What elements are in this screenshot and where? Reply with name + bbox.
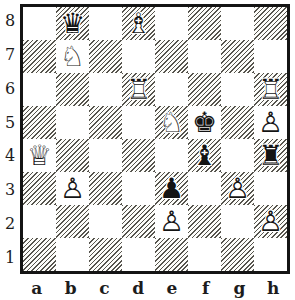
square-d5[interactable] bbox=[122, 106, 155, 139]
square-f7[interactable] bbox=[188, 40, 221, 73]
piece-white-rook: ♜♖ bbox=[254, 73, 287, 106]
piece-white-knight: ♞♘ bbox=[155, 106, 188, 139]
chess-diagram: 87654321 ♛♝♗♞♘♜♖♜♖♞♘♚♟♙♛♕♝♜♟♙♟♟♙♟♙♟♙ abc… bbox=[0, 0, 295, 300]
square-g1[interactable] bbox=[221, 238, 254, 271]
square-h6[interactable]: ♜♖ bbox=[254, 73, 287, 106]
square-d3[interactable] bbox=[122, 172, 155, 205]
piece-black-pawn: ♟ bbox=[155, 172, 188, 205]
file-label-c: c bbox=[88, 277, 122, 299]
square-e3[interactable]: ♟ bbox=[155, 172, 188, 205]
square-a4[interactable]: ♛♕ bbox=[23, 139, 56, 172]
square-g2[interactable] bbox=[221, 205, 254, 238]
file-labels: abcdefgh bbox=[20, 277, 290, 299]
rank-label-2: 2 bbox=[0, 207, 20, 241]
piece-black-king: ♚ bbox=[188, 106, 221, 139]
square-e4[interactable] bbox=[155, 139, 188, 172]
square-c8[interactable] bbox=[89, 7, 122, 40]
square-e1[interactable] bbox=[155, 238, 188, 271]
square-b2[interactable] bbox=[56, 205, 89, 238]
square-a2[interactable] bbox=[23, 205, 56, 238]
file-label-e: e bbox=[155, 277, 189, 299]
file-label-b: b bbox=[54, 277, 88, 299]
file-label-g: g bbox=[223, 277, 257, 299]
square-e8[interactable] bbox=[155, 7, 188, 40]
square-e5[interactable]: ♞♘ bbox=[155, 106, 188, 139]
square-d6[interactable]: ♜♖ bbox=[122, 73, 155, 106]
square-d8[interactable]: ♝♗ bbox=[122, 7, 155, 40]
square-g6[interactable] bbox=[221, 73, 254, 106]
square-a3[interactable] bbox=[23, 172, 56, 205]
square-g3[interactable]: ♟♙ bbox=[221, 172, 254, 205]
square-f6[interactable] bbox=[188, 73, 221, 106]
square-h3[interactable] bbox=[254, 172, 287, 205]
square-d7[interactable] bbox=[122, 40, 155, 73]
square-f5[interactable]: ♚ bbox=[188, 106, 221, 139]
chess-board: ♛♝♗♞♘♜♖♜♖♞♘♚♟♙♛♕♝♜♟♙♟♟♙♟♙♟♙ bbox=[20, 4, 290, 274]
square-h5[interactable]: ♟♙ bbox=[254, 106, 287, 139]
square-c2[interactable] bbox=[89, 205, 122, 238]
piece-white-pawn: ♟♙ bbox=[254, 106, 287, 139]
piece-white-pawn: ♟♙ bbox=[56, 172, 89, 205]
file-label-h: h bbox=[256, 277, 290, 299]
square-f2[interactable] bbox=[188, 205, 221, 238]
square-f3[interactable] bbox=[188, 172, 221, 205]
square-c6[interactable] bbox=[89, 73, 122, 106]
rank-label-4: 4 bbox=[0, 139, 20, 173]
square-g4[interactable] bbox=[221, 139, 254, 172]
rank-label-5: 5 bbox=[0, 105, 20, 139]
square-g7[interactable] bbox=[221, 40, 254, 73]
square-f8[interactable] bbox=[188, 7, 221, 40]
square-b3[interactable]: ♟♙ bbox=[56, 172, 89, 205]
square-d2[interactable] bbox=[122, 205, 155, 238]
square-h7[interactable] bbox=[254, 40, 287, 73]
square-a5[interactable] bbox=[23, 106, 56, 139]
piece-black-bishop: ♝ bbox=[188, 139, 221, 172]
square-c3[interactable] bbox=[89, 172, 122, 205]
piece-white-knight: ♞♘ bbox=[56, 40, 89, 73]
square-c1[interactable] bbox=[89, 238, 122, 271]
square-e2[interactable]: ♟♙ bbox=[155, 205, 188, 238]
square-c4[interactable] bbox=[89, 139, 122, 172]
rank-label-8: 8 bbox=[0, 4, 20, 38]
piece-white-pawn: ♟♙ bbox=[155, 205, 188, 238]
piece-white-bishop: ♝♗ bbox=[122, 7, 155, 40]
square-b6[interactable] bbox=[56, 73, 89, 106]
square-c5[interactable] bbox=[89, 106, 122, 139]
rank-label-3: 3 bbox=[0, 173, 20, 207]
piece-white-pawn: ♟♙ bbox=[254, 205, 287, 238]
rank-labels: 87654321 bbox=[0, 4, 20, 274]
piece-white-rook: ♜♖ bbox=[122, 73, 155, 106]
square-a6[interactable] bbox=[23, 73, 56, 106]
file-label-d: d bbox=[121, 277, 155, 299]
square-a1[interactable] bbox=[23, 238, 56, 271]
square-h2[interactable]: ♟♙ bbox=[254, 205, 287, 238]
square-b8[interactable]: ♛ bbox=[56, 7, 89, 40]
piece-black-queen: ♛ bbox=[56, 7, 89, 40]
square-d4[interactable] bbox=[122, 139, 155, 172]
square-a7[interactable] bbox=[23, 40, 56, 73]
square-b1[interactable] bbox=[56, 238, 89, 271]
square-b5[interactable] bbox=[56, 106, 89, 139]
square-d1[interactable] bbox=[122, 238, 155, 271]
square-e6[interactable] bbox=[155, 73, 188, 106]
square-g8[interactable] bbox=[221, 7, 254, 40]
square-c7[interactable] bbox=[89, 40, 122, 73]
square-e7[interactable] bbox=[155, 40, 188, 73]
rank-label-1: 1 bbox=[0, 240, 20, 274]
square-h1[interactable] bbox=[254, 238, 287, 271]
square-g5[interactable] bbox=[221, 106, 254, 139]
square-f1[interactable] bbox=[188, 238, 221, 271]
file-label-a: a bbox=[20, 277, 54, 299]
square-a8[interactable] bbox=[23, 7, 56, 40]
square-b7[interactable]: ♞♘ bbox=[56, 40, 89, 73]
piece-white-pawn: ♟♙ bbox=[221, 172, 254, 205]
rank-label-7: 7 bbox=[0, 38, 20, 72]
file-label-f: f bbox=[189, 277, 223, 299]
rank-label-6: 6 bbox=[0, 72, 20, 106]
piece-white-queen: ♛♕ bbox=[23, 139, 56, 172]
square-f4[interactable]: ♝ bbox=[188, 139, 221, 172]
piece-black-rook: ♜ bbox=[254, 139, 287, 172]
square-b4[interactable] bbox=[56, 139, 89, 172]
square-h4[interactable]: ♜ bbox=[254, 139, 287, 172]
square-h8[interactable] bbox=[254, 7, 287, 40]
